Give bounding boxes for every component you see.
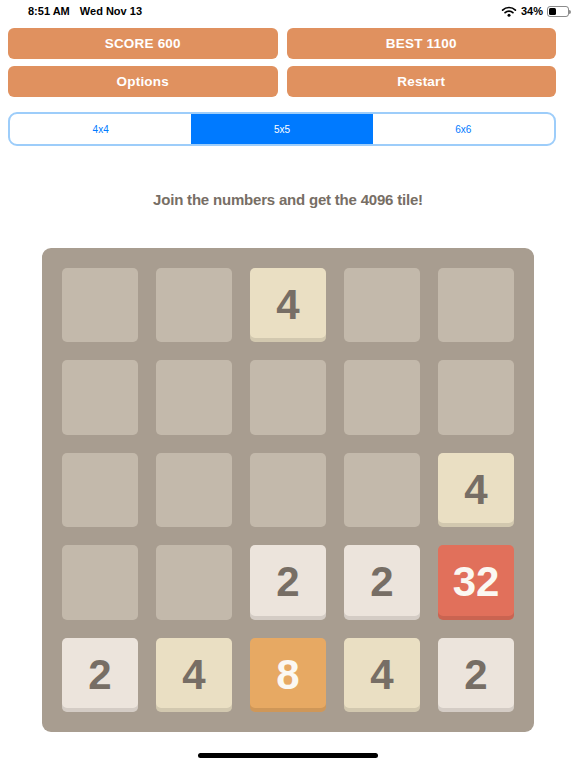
tile-2: 2 [250,545,326,619]
tab-5x5[interactable]: 5x5 [191,114,372,144]
status-left: 8:51 AM Wed Nov 13 [28,5,149,17]
tile-4: 4 [344,638,420,712]
battery-percent: 34% [521,5,543,17]
status-date: Wed Nov 13 [80,5,142,17]
tile-4: 4 [156,638,232,712]
tile-2: 2 [62,638,138,712]
tile-2: 2 [344,545,420,619]
tile-8: 8 [250,638,326,712]
empty-cell [250,453,326,527]
score-display: SCORE 600 [8,28,278,59]
empty-cell [156,545,232,619]
empty-cell [62,360,138,434]
options-button[interactable]: Options [8,66,278,97]
empty-cell [156,268,232,342]
status-right: 34% [501,5,569,17]
top-controls: SCORE 600 BEST 1100 Options Restart [8,28,556,97]
empty-cell [438,360,514,434]
battery-nub [569,10,571,14]
app-screen: 8:51 AM Wed Nov 13 34% SCORE 600 BEST 11… [0,0,576,768]
tab-4x4[interactable]: 4x4 [10,114,191,144]
empty-cell [62,453,138,527]
empty-cell [156,360,232,434]
tile-4: 4 [250,268,326,342]
tile-32: 32 [438,545,514,619]
empty-cell [62,268,138,342]
empty-cell [250,360,326,434]
tile-4: 4 [438,453,514,527]
empty-cell [344,268,420,342]
status-bar: 8:51 AM Wed Nov 13 34% [0,0,576,20]
board-size-selector: 4x45x56x6 [8,112,556,146]
wifi-icon [501,6,517,17]
empty-cell [438,268,514,342]
instruction-text: Join the numbers and get the 4096 tile! [0,191,576,208]
empty-cell [344,360,420,434]
empty-cell [344,453,420,527]
battery-icon [547,6,569,17]
best-score-display: BEST 1100 [287,28,557,59]
empty-cell [156,453,232,527]
status-time: 8:51 AM [28,5,70,17]
home-indicator[interactable] [198,753,378,758]
tab-6x6[interactable]: 6x6 [373,114,554,144]
game-board[interactable]: 44223224842 [42,248,534,732]
empty-cell [62,545,138,619]
tile-2: 2 [438,638,514,712]
battery-fill [549,8,556,15]
restart-button[interactable]: Restart [287,66,557,97]
